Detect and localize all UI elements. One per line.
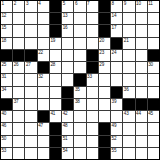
white-cell[interactable]: 27 — [25, 62, 36, 73]
white-cell[interactable]: 24 — [111, 50, 122, 61]
white-cell[interactable] — [38, 13, 49, 24]
white-cell[interactable]: 49 — [111, 123, 122, 134]
clue-number: 18 — [2, 38, 7, 43]
black-cell — [148, 50, 159, 61]
white-cell[interactable] — [99, 111, 110, 122]
white-cell[interactable]: 39 — [111, 99, 122, 110]
white-cell[interactable]: 33 — [87, 74, 98, 85]
white-cell[interactable]: 3 — [25, 1, 36, 12]
clue-number: 50 — [2, 136, 7, 141]
clue-number: 45 — [148, 111, 153, 116]
clue-number: 29 — [99, 62, 104, 67]
clue-number: 7 — [87, 1, 89, 6]
white-cell[interactable] — [136, 13, 147, 24]
white-cell[interactable] — [74, 62, 85, 73]
clue-number: 25 — [2, 62, 7, 67]
clue-number: 41 — [50, 111, 55, 116]
clue-number: 9 — [124, 1, 126, 6]
white-cell[interactable]: 15 — [1, 25, 12, 36]
clue-number: 15 — [2, 25, 7, 30]
white-cell[interactable]: 51 — [62, 136, 73, 147]
white-cell[interactable] — [87, 38, 98, 49]
clue-number: 36 — [124, 87, 129, 92]
white-cell[interactable] — [87, 87, 98, 98]
white-cell[interactable]: 5 — [62, 1, 73, 12]
clue-number: 6 — [75, 1, 77, 6]
white-cell[interactable] — [148, 25, 159, 36]
white-cell[interactable]: 29 — [99, 62, 110, 73]
clue-number: 23 — [99, 50, 104, 55]
white-cell[interactable]: 22 — [38, 50, 49, 61]
white-cell[interactable]: 9 — [123, 1, 134, 12]
white-cell[interactable] — [136, 50, 147, 61]
white-cell[interactable]: 54 — [62, 148, 73, 159]
clue-number: 28 — [50, 62, 55, 67]
white-cell[interactable]: 21 — [123, 38, 134, 49]
white-cell[interactable] — [25, 87, 36, 98]
clue-number: 44 — [136, 111, 141, 116]
white-cell[interactable]: 47 — [38, 123, 49, 134]
white-cell[interactable]: 28 — [50, 62, 61, 73]
white-cell[interactable] — [87, 123, 98, 134]
white-cell[interactable] — [62, 62, 73, 73]
clue-number: 43 — [124, 111, 129, 116]
white-cell[interactable] — [87, 99, 98, 110]
white-cell[interactable] — [87, 111, 98, 122]
clue-number: 52 — [112, 136, 117, 141]
clue-number: 2 — [14, 1, 16, 6]
crossword-board: 1234567891011121314151617181920212223242… — [0, 0, 160, 160]
white-cell[interactable]: 25 — [1, 62, 12, 73]
white-cell[interactable]: 1 — [1, 1, 12, 12]
white-cell[interactable] — [25, 99, 36, 110]
white-cell[interactable] — [25, 111, 36, 122]
clue-number: 16 — [63, 25, 68, 30]
white-cell[interactable] — [148, 74, 159, 85]
black-cell — [50, 123, 61, 134]
white-cell[interactable] — [74, 136, 85, 147]
white-cell[interactable] — [38, 38, 49, 49]
black-cell — [1, 50, 12, 61]
black-cell — [50, 148, 61, 159]
clue-number: 51 — [63, 136, 68, 141]
white-cell[interactable]: 45 — [148, 111, 159, 122]
white-cell[interactable] — [38, 148, 49, 159]
clue-number: 31 — [2, 74, 7, 79]
black-cell — [99, 25, 110, 36]
clue-number: 20 — [99, 38, 104, 43]
white-cell[interactable]: 2 — [13, 1, 24, 12]
clue-number: 12 — [2, 13, 7, 18]
clue-number: 48 — [63, 123, 68, 128]
white-cell[interactable]: 52 — [111, 136, 122, 147]
black-cell — [50, 136, 61, 147]
white-cell[interactable]: 10 — [136, 1, 147, 12]
white-cell[interactable] — [74, 38, 85, 49]
clue-number: 11 — [148, 1, 152, 6]
black-cell — [148, 99, 159, 110]
white-cell[interactable]: 30 — [148, 62, 159, 73]
clue-number: 47 — [38, 123, 43, 128]
black-cell — [50, 25, 61, 36]
white-cell[interactable] — [38, 99, 49, 110]
clue-number: 19 — [50, 38, 55, 43]
black-cell — [38, 111, 49, 122]
black-cell — [1, 99, 12, 110]
clue-number: 1 — [2, 1, 4, 6]
black-cell — [99, 123, 110, 134]
black-cell — [50, 1, 61, 12]
white-cell[interactable]: 6 — [74, 1, 85, 12]
white-cell[interactable]: 53 — [1, 148, 12, 159]
white-cell[interactable]: 19 — [50, 38, 61, 49]
clue-number: 34 — [2, 87, 7, 92]
white-cell[interactable]: 8 — [111, 1, 122, 12]
white-cell[interactable] — [111, 74, 122, 85]
black-cell — [13, 50, 24, 61]
black-cell — [25, 50, 36, 61]
white-cell[interactable]: 38 — [74, 99, 85, 110]
white-cell[interactable]: 13 — [62, 13, 73, 24]
white-cell[interactable] — [74, 111, 85, 122]
white-cell[interactable]: 46 — [1, 123, 12, 134]
crossword-grid: 1234567891011121314151617181920212223242… — [0, 0, 160, 160]
white-cell[interactable] — [136, 62, 147, 73]
clue-number: 21 — [124, 38, 129, 43]
black-cell — [50, 13, 61, 24]
white-cell[interactable] — [148, 87, 159, 98]
white-cell[interactable] — [87, 148, 98, 159]
white-cell[interactable] — [87, 25, 98, 36]
white-cell[interactable] — [87, 13, 98, 24]
white-cell[interactable]: 4 — [38, 1, 49, 12]
white-cell[interactable] — [136, 123, 147, 134]
white-cell[interactable] — [123, 13, 134, 24]
black-cell — [62, 87, 73, 98]
black-cell — [136, 99, 147, 110]
clue-number: 8 — [112, 1, 114, 6]
white-cell[interactable] — [13, 148, 24, 159]
white-cell[interactable] — [13, 25, 24, 36]
clue-number: 4 — [38, 1, 40, 6]
clue-number: 10 — [136, 1, 141, 6]
white-cell[interactable] — [13, 123, 24, 134]
white-cell[interactable] — [38, 87, 49, 98]
white-cell[interactable] — [148, 123, 159, 134]
white-cell[interactable]: 41 — [50, 111, 61, 122]
white-cell[interactable] — [50, 87, 61, 98]
white-cell[interactable] — [38, 136, 49, 147]
white-cell[interactable] — [62, 74, 73, 85]
white-cell[interactable]: 36 — [123, 87, 134, 98]
clue-number: 33 — [87, 74, 92, 79]
white-cell[interactable]: 43 — [123, 111, 134, 122]
clue-number: 17 — [112, 25, 117, 30]
white-cell[interactable]: 12 — [1, 13, 12, 24]
white-cell[interactable]: 32 — [38, 74, 49, 85]
white-cell[interactable] — [111, 62, 122, 73]
clue-number: 40 — [2, 111, 7, 116]
white-cell[interactable] — [136, 38, 147, 49]
clue-number: 14 — [112, 13, 117, 18]
white-cell[interactable] — [50, 99, 61, 110]
white-cell[interactable] — [25, 148, 36, 159]
white-cell[interactable] — [123, 136, 134, 147]
white-cell[interactable]: 34 — [1, 87, 12, 98]
clue-number: 32 — [38, 74, 43, 79]
white-cell[interactable]: 16 — [62, 25, 73, 36]
white-cell[interactable] — [148, 13, 159, 24]
clue-number: 22 — [38, 50, 43, 55]
white-cell[interactable]: 7 — [87, 1, 98, 12]
clue-number: 27 — [26, 62, 31, 67]
white-cell[interactable]: 17 — [111, 25, 122, 36]
white-cell[interactable] — [74, 25, 85, 36]
clue-number: 30 — [148, 62, 153, 67]
white-cell[interactable]: 23 — [99, 50, 110, 61]
white-cell[interactable]: 44 — [136, 111, 147, 122]
clue-number: 42 — [63, 111, 68, 116]
white-cell[interactable] — [13, 111, 24, 122]
white-cell[interactable] — [123, 123, 134, 134]
white-cell[interactable] — [25, 13, 36, 24]
white-cell[interactable] — [74, 50, 85, 61]
white-cell[interactable] — [136, 87, 147, 98]
white-cell[interactable]: 35 — [74, 87, 85, 98]
white-cell[interactable] — [148, 136, 159, 147]
white-cell[interactable] — [123, 50, 134, 61]
black-cell — [99, 148, 110, 159]
white-cell[interactable] — [62, 50, 73, 61]
black-cell — [38, 62, 49, 73]
clue-number: 55 — [112, 148, 117, 153]
white-cell[interactable] — [148, 148, 159, 159]
white-cell[interactable] — [99, 87, 110, 98]
clue-number: 37 — [14, 99, 19, 104]
white-cell[interactable] — [13, 38, 24, 49]
black-cell — [99, 13, 110, 24]
black-cell — [87, 50, 98, 61]
white-cell[interactable] — [123, 62, 134, 73]
white-cell[interactable] — [99, 74, 110, 85]
white-cell[interactable] — [13, 74, 24, 85]
white-cell[interactable] — [25, 123, 36, 134]
black-cell — [111, 38, 122, 49]
white-cell[interactable]: 40 — [1, 111, 12, 122]
white-cell[interactable] — [25, 38, 36, 49]
white-cell[interactable] — [123, 74, 134, 85]
clue-number: 13 — [63, 13, 68, 18]
black-cell — [99, 136, 110, 147]
white-cell[interactable]: 55 — [111, 148, 122, 159]
white-cell[interactable] — [136, 25, 147, 36]
white-cell[interactable] — [38, 25, 49, 36]
white-cell[interactable] — [136, 136, 147, 147]
clue-number: 38 — [75, 99, 80, 104]
black-cell — [87, 62, 98, 73]
black-cell — [111, 87, 122, 98]
clue-number: 54 — [63, 148, 68, 153]
white-cell[interactable] — [74, 123, 85, 134]
black-cell — [74, 74, 85, 85]
white-cell[interactable] — [50, 74, 61, 85]
white-cell[interactable] — [74, 148, 85, 159]
white-cell[interactable] — [50, 50, 61, 61]
white-cell[interactable]: 14 — [111, 13, 122, 24]
white-cell[interactable]: 18 — [1, 38, 12, 49]
white-cell[interactable] — [25, 74, 36, 85]
clue-number: 39 — [112, 99, 117, 104]
clue-number: 5 — [63, 1, 65, 6]
white-cell[interactable] — [123, 25, 134, 36]
white-cell[interactable]: 26 — [13, 62, 24, 73]
white-cell[interactable] — [136, 148, 147, 159]
white-cell[interactable]: 11 — [148, 1, 159, 12]
white-cell[interactable]: 42 — [62, 111, 73, 122]
white-cell[interactable] — [25, 136, 36, 147]
white-cell[interactable] — [148, 38, 159, 49]
clue-number: 53 — [2, 148, 7, 153]
clue-number: 24 — [112, 50, 117, 55]
white-cell[interactable] — [13, 87, 24, 98]
clue-number: 46 — [2, 123, 7, 128]
white-cell[interactable] — [123, 148, 134, 159]
white-cell[interactable] — [136, 74, 147, 85]
clue-number: 3 — [26, 1, 28, 6]
white-cell[interactable] — [62, 38, 73, 49]
white-cell[interactable] — [25, 25, 36, 36]
clue-number: 49 — [112, 123, 117, 128]
clue-number: 35 — [75, 87, 80, 92]
black-cell — [62, 99, 73, 110]
white-cell[interactable] — [74, 13, 85, 24]
white-cell[interactable]: 48 — [62, 123, 73, 134]
black-cell — [99, 1, 110, 12]
clue-number: 26 — [14, 62, 19, 67]
white-cell[interactable]: 20 — [99, 38, 110, 49]
white-cell[interactable] — [13, 136, 24, 147]
white-cell[interactable]: 50 — [1, 136, 12, 147]
white-cell[interactable]: 37 — [13, 99, 24, 110]
white-cell[interactable] — [111, 111, 122, 122]
white-cell[interactable] — [87, 136, 98, 147]
black-cell — [123, 99, 134, 110]
white-cell[interactable]: 31 — [1, 74, 12, 85]
white-cell[interactable] — [13, 13, 24, 24]
white-cell[interactable] — [99, 99, 110, 110]
